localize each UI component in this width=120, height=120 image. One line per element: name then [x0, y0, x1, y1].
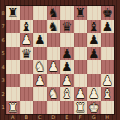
- rank-label-3: 3: [0, 77, 6, 83]
- white-rook[interactable]: ♜: [75, 101, 86, 115]
- square-a2[interactable]: [6, 87, 20, 101]
- rank-label-2: 2: [0, 91, 6, 97]
- square-e8[interactable]: [60, 6, 74, 20]
- square-d6[interactable]: [47, 33, 61, 47]
- square-d2[interactable]: ♞: [47, 87, 61, 101]
- square-d3[interactable]: [47, 74, 61, 88]
- black-pawn[interactable]: ♟: [102, 20, 113, 34]
- white-pawn[interactable]: ♟: [61, 74, 72, 88]
- rank-label-8: 8: [0, 10, 6, 16]
- chess-app: { "game": "chess", "position": { "fen": …: [0, 0, 120, 120]
- black-pawn[interactable]: ♟: [61, 47, 72, 61]
- square-f3[interactable]: [74, 74, 88, 88]
- white-pawn[interactable]: ♟: [34, 74, 45, 88]
- file-label-a: A: [6, 114, 20, 120]
- square-a3[interactable]: [6, 74, 20, 88]
- square-g4[interactable]: [87, 60, 101, 74]
- white-pawn[interactable]: ♟: [88, 87, 99, 101]
- white-pawn[interactable]: ♟: [48, 60, 59, 74]
- square-c2[interactable]: [33, 87, 47, 101]
- square-a7[interactable]: [6, 20, 20, 34]
- file-label-h: H: [101, 114, 115, 120]
- square-h5[interactable]: [101, 47, 115, 61]
- square-h3[interactable]: ♟: [101, 74, 115, 88]
- square-f2[interactable]: ♟: [74, 87, 88, 101]
- square-c7[interactable]: [33, 20, 47, 34]
- square-g3[interactable]: [87, 74, 101, 88]
- square-d8[interactable]: ♞: [47, 6, 61, 20]
- square-e5[interactable]: ♟: [60, 47, 74, 61]
- black-bishop[interactable]: ♝: [21, 20, 32, 34]
- white-pawn[interactable]: ♟: [102, 74, 113, 88]
- square-e3[interactable]: ♟: [60, 74, 74, 88]
- square-a5[interactable]: [6, 47, 20, 61]
- square-b6[interactable]: ♟: [20, 33, 34, 47]
- square-e4[interactable]: ♟: [60, 60, 74, 74]
- chess-board[interactable]: ♜♞♜♚♝♞♛♝♟♟♟♟♛♟♟♞♟♟♟♟♟♞♝♟♟♝♜♜♚: [6, 6, 114, 114]
- square-h7[interactable]: ♟: [101, 20, 115, 34]
- square-f8[interactable]: ♜: [74, 6, 88, 20]
- square-b5[interactable]: ♛: [20, 47, 34, 61]
- file-label-e: E: [60, 114, 74, 120]
- white-rook[interactable]: ♜: [7, 101, 18, 115]
- square-h2[interactable]: ♝: [101, 87, 115, 101]
- square-g1[interactable]: ♚: [87, 101, 101, 115]
- white-king[interactable]: ♚: [88, 101, 99, 115]
- square-f5[interactable]: [74, 47, 88, 61]
- white-bishop[interactable]: ♝: [102, 87, 113, 101]
- square-e1[interactable]: [60, 101, 74, 115]
- file-label-g: G: [87, 114, 101, 120]
- black-queen[interactable]: ♛: [61, 20, 72, 34]
- square-a6[interactable]: [6, 33, 20, 47]
- square-g6[interactable]: ♟: [87, 33, 101, 47]
- square-a4[interactable]: [6, 60, 20, 74]
- rank-label-4: 4: [0, 64, 6, 70]
- file-label-c: C: [33, 114, 47, 120]
- square-c1[interactable]: [33, 101, 47, 115]
- square-c8[interactable]: [33, 6, 47, 20]
- white-knight[interactable]: ♞: [48, 87, 59, 101]
- square-f6[interactable]: [74, 33, 88, 47]
- rank-label-7: 7: [0, 23, 6, 29]
- rank-label-6: 6: [0, 37, 6, 43]
- square-a8[interactable]: ♜: [6, 6, 20, 20]
- square-g8[interactable]: [87, 6, 101, 20]
- white-bishop[interactable]: ♝: [61, 87, 72, 101]
- square-b8[interactable]: [20, 6, 34, 20]
- black-bishop[interactable]: ♝: [88, 20, 99, 34]
- file-label-b: B: [20, 114, 34, 120]
- square-d1[interactable]: [47, 101, 61, 115]
- file-label-d: D: [47, 114, 61, 120]
- black-pawn[interactable]: ♟: [88, 47, 99, 61]
- square-a1[interactable]: ♜: [6, 101, 20, 115]
- square-e2[interactable]: ♝: [60, 87, 74, 101]
- square-h8[interactable]: ♚: [101, 6, 115, 20]
- black-rook[interactable]: ♜: [75, 6, 86, 20]
- square-b1[interactable]: [20, 101, 34, 115]
- square-d7[interactable]: ♞: [47, 20, 61, 34]
- white-pawn[interactable]: ♟: [21, 33, 32, 47]
- black-pawn[interactable]: ♟: [34, 33, 45, 47]
- black-pawn[interactable]: ♟: [88, 33, 99, 47]
- square-f1[interactable]: ♜: [74, 101, 88, 115]
- rank-label-1: 1: [0, 104, 6, 110]
- black-pawn[interactable]: ♟: [61, 60, 72, 74]
- square-b2[interactable]: [20, 87, 34, 101]
- board-border: ♜♞♜♚♝♞♛♝♟♟♟♟♛♟♟♞♟♟♟♟♟♞♝♟♟♝♜♜♚ 87654321AB…: [0, 0, 120, 120]
- square-e6[interactable]: [60, 33, 74, 47]
- square-h1[interactable]: [101, 101, 115, 115]
- square-d4[interactable]: ♟: [47, 60, 61, 74]
- square-b3[interactable]: [20, 74, 34, 88]
- black-queen[interactable]: ♛: [21, 47, 32, 61]
- square-g7[interactable]: ♝: [87, 20, 101, 34]
- black-rook[interactable]: ♜: [7, 6, 18, 20]
- square-h4[interactable]: [101, 60, 115, 74]
- square-d5[interactable]: [47, 47, 61, 61]
- square-h6[interactable]: [101, 33, 115, 47]
- square-c3[interactable]: ♟: [33, 74, 47, 88]
- square-c6[interactable]: ♟: [33, 33, 47, 47]
- black-knight[interactable]: ♞: [48, 20, 59, 34]
- square-e7[interactable]: ♛: [60, 20, 74, 34]
- black-knight[interactable]: ♞: [48, 6, 59, 20]
- white-knight[interactable]: ♞: [34, 60, 45, 74]
- square-f4[interactable]: [74, 60, 88, 74]
- square-c5[interactable]: [33, 47, 47, 61]
- square-b4[interactable]: [20, 60, 34, 74]
- white-pawn[interactable]: ♟: [75, 87, 86, 101]
- square-g2[interactable]: ♟: [87, 87, 101, 101]
- black-king[interactable]: ♚: [102, 6, 113, 20]
- square-f7[interactable]: [74, 20, 88, 34]
- square-g5[interactable]: ♟: [87, 47, 101, 61]
- file-label-f: F: [74, 114, 88, 120]
- rank-label-5: 5: [0, 50, 6, 56]
- square-b7[interactable]: ♝: [20, 20, 34, 34]
- square-c4[interactable]: ♞: [33, 60, 47, 74]
